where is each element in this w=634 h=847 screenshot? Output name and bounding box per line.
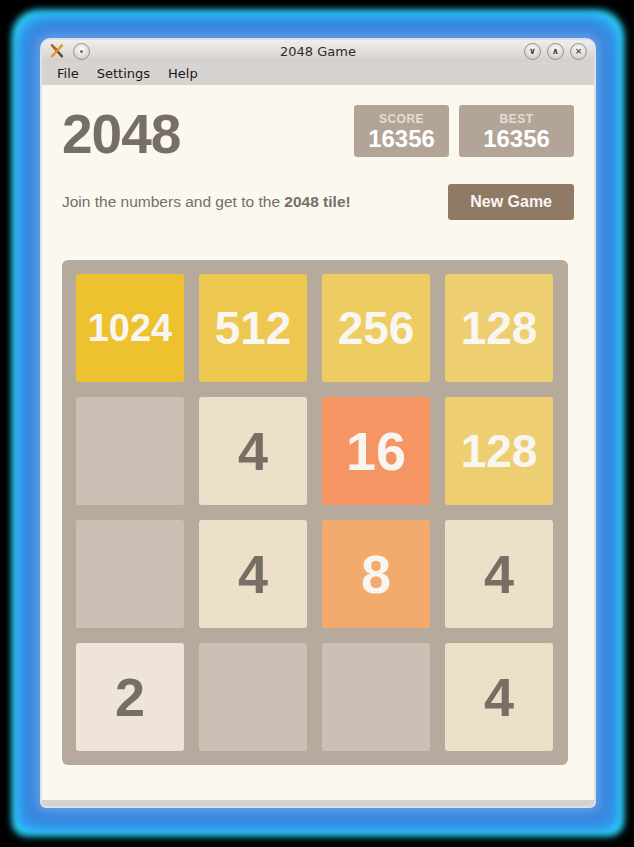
menu-item-file[interactable]: File: [48, 64, 88, 83]
maximize-button[interactable]: ∧: [547, 43, 564, 60]
cell-r2c1: 4: [199, 520, 307, 628]
titlebar-menu-button[interactable]: [73, 43, 90, 60]
cell-r2c3: 4: [445, 520, 553, 628]
cell-r1c3: 128: [445, 397, 553, 505]
cell-r3c2: [322, 643, 430, 751]
cell-r1c2: 16: [322, 397, 430, 505]
close-icon: ×: [575, 47, 583, 56]
cell-r3c0: 2: [76, 643, 184, 751]
cell-r0c1: 512: [199, 274, 307, 382]
score-box: SCORE 16356: [354, 105, 449, 157]
cell-r1c1: 4: [199, 397, 307, 505]
minimize-button[interactable]: ∨: [524, 43, 541, 60]
close-button[interactable]: ×: [570, 43, 587, 60]
score-value: 16356: [364, 126, 439, 152]
main-content: 2048 SCORE 16356 BEST 16356 Join the num…: [42, 85, 594, 806]
cell-r3c1: [199, 643, 307, 751]
cell-r0c0: 1024: [76, 274, 184, 382]
cell-r0c2: 256: [322, 274, 430, 382]
chevron-down-icon: ∨: [529, 47, 536, 56]
cell-r0c3: 128: [445, 274, 553, 382]
game-board[interactable]: 1024 512 256 128 4 16 128 4 8 4 2 4: [62, 260, 568, 765]
new-game-button[interactable]: New Game: [448, 184, 574, 220]
subtitle-text: Join the numbers and get to the 2048 til…: [62, 193, 351, 211]
best-value: 16356: [469, 126, 564, 152]
cell-r3c3: 4: [445, 643, 553, 751]
subtitle-row: Join the numbers and get to the 2048 til…: [62, 184, 574, 220]
cell-r1c0: [76, 397, 184, 505]
best-label: BEST: [469, 112, 564, 126]
titlebar: 2048 Game ∨ ∧ ×: [42, 40, 594, 62]
menubar: File Settings Help: [42, 62, 594, 85]
chevron-up-icon: ∧: [552, 47, 559, 56]
best-box: BEST 16356: [459, 105, 574, 157]
header: 2048 SCORE 16356 BEST 16356: [62, 105, 574, 167]
cell-r2c2: 8: [322, 520, 430, 628]
cell-r2c0: [76, 520, 184, 628]
menu-item-help[interactable]: Help: [159, 64, 207, 83]
subtitle-prefix: Join the numbers and get to the: [62, 193, 284, 210]
page-title: 2048: [62, 105, 180, 163]
app-window: 2048 Game ∨ ∧ × File Settings Help 2048 …: [42, 40, 594, 806]
app-icon: [49, 43, 65, 59]
subtitle-bold: 2048 tile!: [284, 193, 350, 210]
menu-item-settings[interactable]: Settings: [88, 64, 159, 83]
score-panel: SCORE 16356 BEST 16356: [354, 105, 574, 157]
dot-icon: [80, 50, 83, 53]
window-title: 2048 Game: [42, 44, 594, 59]
score-label: SCORE: [364, 112, 439, 126]
